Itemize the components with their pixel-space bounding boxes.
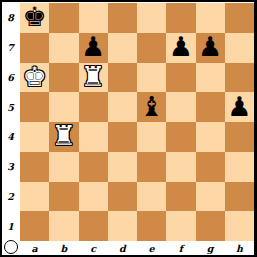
square-e5[interactable]: ♝ (137, 92, 166, 122)
rank-labels: 87654321 (2, 3, 19, 241)
square-e6[interactable] (137, 63, 166, 93)
square-c1[interactable] (79, 211, 108, 241)
square-a7[interactable] (20, 33, 49, 63)
square-f6[interactable] (166, 63, 195, 93)
rank-label-3: 3 (2, 152, 19, 182)
file-label-c: c (79, 241, 108, 255)
square-g7[interactable]: ♟ (196, 33, 225, 63)
square-a1[interactable] (20, 211, 49, 241)
square-d3[interactable] (108, 152, 137, 182)
file-label-d: d (108, 241, 137, 255)
square-f3[interactable] (166, 152, 195, 182)
square-h5[interactable]: ♟ (225, 92, 254, 122)
square-d7[interactable] (108, 33, 137, 63)
rank-label-1: 1 (2, 211, 19, 241)
square-a8[interactable]: ♚ (20, 3, 49, 33)
square-h8[interactable] (225, 3, 254, 33)
square-a2[interactable] (20, 182, 49, 212)
square-e1[interactable] (137, 211, 166, 241)
square-d5[interactable] (108, 92, 137, 122)
square-e3[interactable] (137, 152, 166, 182)
file-label-b: b (49, 241, 78, 255)
file-label-g: g (196, 241, 225, 255)
square-g8[interactable] (196, 3, 225, 33)
square-e2[interactable] (137, 182, 166, 212)
square-e4[interactable] (137, 122, 166, 152)
square-f5[interactable] (166, 92, 195, 122)
square-b2[interactable] (49, 182, 78, 212)
square-c3[interactable] (79, 152, 108, 182)
square-h1[interactable] (225, 211, 254, 241)
square-b1[interactable] (49, 211, 78, 241)
square-a6[interactable]: ♚ (20, 63, 49, 93)
square-c5[interactable] (79, 92, 108, 122)
square-d4[interactable] (108, 122, 137, 152)
file-label-e: e (137, 241, 166, 255)
piece-black-pawn-f7[interactable]: ♟ (169, 33, 193, 60)
square-d1[interactable] (108, 211, 137, 241)
square-b5[interactable] (49, 92, 78, 122)
square-g3[interactable] (196, 152, 225, 182)
square-b4[interactable]: ♜ (49, 122, 78, 152)
square-h2[interactable] (225, 182, 254, 212)
piece-black-pawn-c7[interactable]: ♟ (81, 33, 105, 60)
square-h4[interactable] (225, 122, 254, 152)
square-h3[interactable] (225, 152, 254, 182)
square-d2[interactable] (108, 182, 137, 212)
square-b7[interactable] (49, 33, 78, 63)
rank-label-6: 6 (2, 63, 19, 93)
square-c2[interactable] (79, 182, 108, 212)
square-f7[interactable]: ♟ (166, 33, 195, 63)
piece-white-rook-b4[interactable]: ♜ (52, 122, 76, 149)
chess-board[interactable]: ♚♟♟♟♚♜♝♟♜ (20, 3, 254, 241)
file-label-f: f (166, 241, 195, 255)
square-c4[interactable] (79, 122, 108, 152)
square-c8[interactable] (79, 3, 108, 33)
square-b3[interactable] (49, 152, 78, 182)
file-label-h: h (225, 241, 254, 255)
square-h7[interactable] (225, 33, 254, 63)
square-g2[interactable] (196, 182, 225, 212)
square-c6[interactable]: ♜ (79, 63, 108, 93)
square-g4[interactable] (196, 122, 225, 152)
square-a3[interactable] (20, 152, 49, 182)
square-f1[interactable] (166, 211, 195, 241)
square-f8[interactable] (166, 3, 195, 33)
square-d8[interactable] (108, 3, 137, 33)
piece-black-pawn-h5[interactable]: ♟ (227, 93, 251, 120)
rank-label-2: 2 (2, 182, 19, 212)
square-g6[interactable] (196, 63, 225, 93)
square-e7[interactable] (137, 33, 166, 63)
square-h6[interactable] (225, 63, 254, 93)
square-g5[interactable] (196, 92, 225, 122)
square-d6[interactable] (108, 63, 137, 93)
square-c7[interactable]: ♟ (79, 33, 108, 63)
rank-label-4: 4 (2, 122, 19, 152)
piece-white-king-a6[interactable]: ♚ (23, 63, 47, 90)
square-f2[interactable] (166, 182, 195, 212)
piece-black-king-a8[interactable]: ♚ (23, 3, 47, 30)
white-to-move-indicator (4, 240, 18, 254)
square-g1[interactable] (196, 211, 225, 241)
piece-black-bishop-e5[interactable]: ♝ (140, 93, 164, 120)
file-label-a: a (20, 241, 49, 255)
square-e8[interactable] (137, 3, 166, 33)
chess-diagram: ♚♟♟♟♚♜♝♟♜ 87654321 abcdefgh (0, 0, 257, 257)
piece-black-pawn-g7[interactable]: ♟ (198, 33, 222, 60)
square-b8[interactable] (49, 3, 78, 33)
rank-label-8: 8 (2, 3, 19, 33)
rank-label-7: 7 (2, 33, 19, 63)
square-b6[interactable] (49, 63, 78, 93)
square-f4[interactable] (166, 122, 195, 152)
piece-white-rook-c6[interactable]: ♜ (81, 63, 105, 90)
square-a4[interactable] (20, 122, 49, 152)
rank-label-5: 5 (2, 92, 19, 122)
square-a5[interactable] (20, 92, 49, 122)
file-labels: abcdefgh (20, 241, 254, 255)
